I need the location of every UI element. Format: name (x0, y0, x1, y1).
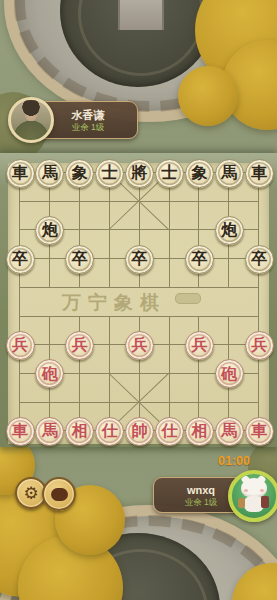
tree-foliage (178, 66, 238, 126)
piece-red-P-r6c6[interactable]: 兵 (185, 331, 214, 360)
piece-black-h-r0c1[interactable]: 馬 (35, 159, 64, 188)
piece-red-P-r6c0[interactable]: 兵 (6, 331, 35, 360)
stone-pillar (118, 0, 164, 30)
top-player-avatar[interactable] (8, 97, 54, 143)
gear-icon: ⚙ (23, 485, 38, 502)
piece-red-E-r9c6[interactable]: 相 (185, 417, 214, 446)
piece-black-a-r0c5[interactable]: 士 (155, 159, 184, 188)
piece-red-H-r9c7[interactable]: 馬 (215, 417, 244, 446)
piece-black-e-r0c2[interactable]: 象 (65, 159, 94, 188)
piece-black-r-r0c8[interactable]: 車 (245, 159, 274, 188)
piece-black-a-r0c3[interactable]: 士 (95, 159, 124, 188)
move-timer: 01:00 (205, 454, 250, 468)
cat-item (238, 498, 245, 508)
river-watermark: 万宁象棋 (62, 290, 166, 316)
board-line (19, 287, 258, 288)
cat-avatar-head (241, 478, 267, 498)
piece-black-p-r3c4[interactable]: 卒 (125, 245, 154, 274)
piece-red-C-r7c7[interactable]: 砲 (215, 359, 244, 388)
piece-red-A-r9c5[interactable]: 仕 (155, 417, 184, 446)
piece-red-P-r6c2[interactable]: 兵 (65, 331, 94, 360)
top-player-name: 水香谦 (72, 109, 105, 121)
piece-red-A-r9c3[interactable]: 仕 (95, 417, 124, 446)
river-watermark-badge (175, 293, 201, 304)
piece-black-h-r0c7[interactable]: 馬 (215, 159, 244, 188)
piece-black-p-r3c8[interactable]: 卒 (245, 245, 274, 274)
cat-item (261, 496, 269, 508)
piece-black-p-r3c0[interactable]: 卒 (6, 245, 35, 274)
cat-blush (260, 489, 264, 492)
board-line (258, 172, 259, 430)
top-player-rank: 业余 1级 (72, 123, 105, 132)
bottom-player-rank: 业余 1级 (185, 498, 218, 507)
piece-red-P-r6c8[interactable]: 兵 (245, 331, 274, 360)
game-screen: 車馬象士將士象馬車炮炮卒卒卒卒卒兵兵兵兵兵砲砲車馬相仕帥仕相馬車 万宁象棋 水香… (0, 0, 277, 600)
piece-black-k-r0c4[interactable]: 將 (125, 159, 154, 188)
bottom-player-avatar[interactable] (228, 470, 277, 522)
bottom-garden-decor (0, 447, 277, 600)
piece-black-c-r2c7[interactable]: 炮 (215, 216, 244, 245)
piece-black-p-r3c2[interactable]: 卒 (65, 245, 94, 274)
chat-bubble-icon (51, 488, 68, 501)
board-line (19, 172, 20, 430)
piece-red-E-r9c2[interactable]: 相 (65, 417, 94, 446)
piece-black-e-r0c6[interactable]: 象 (185, 159, 214, 188)
piece-black-p-r3c6[interactable]: 卒 (185, 245, 214, 274)
piece-red-R-r9c0[interactable]: 車 (6, 417, 35, 446)
piece-red-K-r9c4[interactable]: 帥 (125, 417, 154, 446)
piece-black-c-r2c1[interactable]: 炮 (35, 216, 64, 245)
bottom-player-name: wnxq (187, 484, 215, 496)
piece-red-H-r9c1[interactable]: 馬 (35, 417, 64, 446)
piece-red-R-r9c8[interactable]: 車 (245, 417, 274, 446)
cat-blush (244, 489, 248, 492)
piece-red-C-r7c1[interactable]: 砲 (35, 359, 64, 388)
piece-red-P-r6c4[interactable]: 兵 (125, 331, 154, 360)
chat-button[interactable] (42, 477, 76, 511)
piece-black-r-r0c0[interactable]: 車 (6, 159, 35, 188)
